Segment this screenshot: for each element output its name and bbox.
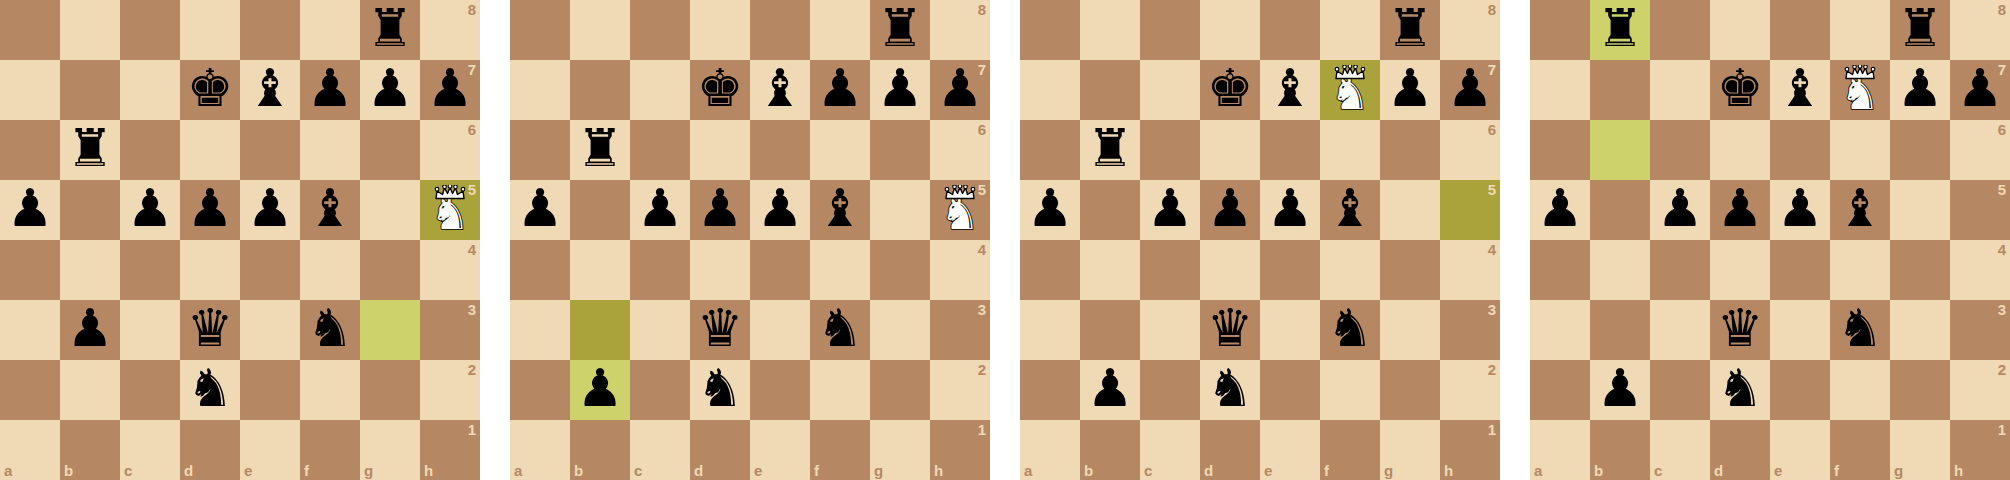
square-c6[interactable] (1140, 120, 1200, 180)
square-c4[interactable] (1140, 240, 1200, 300)
square-f5[interactable]: ♝ (1320, 180, 1380, 240)
file-label: g (1894, 462, 1903, 479)
black-queen: ♛ (1717, 302, 1764, 354)
file-label: d (1714, 462, 1723, 479)
square-a7[interactable] (1530, 60, 1590, 120)
square-e4[interactable] (240, 240, 300, 300)
square-e8[interactable] (1770, 0, 1830, 60)
square-f4[interactable] (810, 240, 870, 300)
square-d8[interactable] (1200, 0, 1260, 60)
square-g8[interactable]: ♜ (360, 0, 420, 60)
square-d4[interactable] (1710, 240, 1770, 300)
square-b5[interactable] (570, 180, 630, 240)
square-a2[interactable] (510, 360, 570, 420)
square-a2[interactable] (0, 360, 60, 420)
queen-crown-icon (1844, 65, 1876, 80)
square-g3[interactable] (870, 300, 930, 360)
square-b7[interactable] (1590, 60, 1650, 120)
black-pawn: ♟ (67, 302, 114, 354)
square-g5[interactable] (360, 180, 420, 240)
square-f5[interactable]: ♝ (1830, 180, 1890, 240)
square-e7[interactable]: ♝ (240, 60, 300, 120)
square-b5[interactable] (1080, 180, 1140, 240)
rank-label: 8 (978, 1, 986, 18)
square-b6[interactable]: ♜ (1080, 120, 1140, 180)
square-f5[interactable]: ♝ (810, 180, 870, 240)
square-e3[interactable] (240, 300, 300, 360)
file-label: g (874, 462, 883, 479)
square-f8[interactable] (810, 0, 870, 60)
black-pawn: ♟ (427, 62, 474, 114)
square-g6[interactable] (870, 120, 930, 180)
square-c3[interactable] (630, 300, 690, 360)
square-b7[interactable] (60, 60, 120, 120)
square-f5[interactable]: ♝ (300, 180, 360, 240)
square-d5[interactable]: ♟ (690, 180, 750, 240)
square-d5[interactable]: ♟ (180, 180, 240, 240)
square-e6[interactable] (1260, 120, 1320, 180)
square-g3[interactable] (360, 300, 420, 360)
square-d8[interactable] (690, 0, 750, 60)
square-b2[interactable]: ♟ (1590, 360, 1650, 420)
square-f2[interactable] (1830, 360, 1890, 420)
square-a8[interactable] (0, 0, 60, 60)
black-rook: ♜ (1897, 2, 1944, 54)
square-f2[interactable] (1320, 360, 1380, 420)
square-d7[interactable]: ♚ (690, 60, 750, 120)
square-d4[interactable] (1200, 240, 1260, 300)
black-pawn: ♟ (1537, 182, 1584, 234)
square-e3[interactable] (1260, 300, 1320, 360)
square-c5[interactable]: ♟ (630, 180, 690, 240)
square-f6[interactable] (810, 120, 870, 180)
square-a5[interactable]: ♟ (1530, 180, 1590, 240)
square-h5[interactable]: 5♞ (420, 180, 480, 240)
square-d2[interactable]: ♞ (1200, 360, 1260, 420)
square-d3[interactable]: ♛ (1200, 300, 1260, 360)
square-g3[interactable] (1380, 300, 1440, 360)
square-g3[interactable] (1890, 300, 1950, 360)
square-g5[interactable] (1890, 180, 1950, 240)
square-b6[interactable] (1590, 120, 1650, 180)
square-f4[interactable] (1830, 240, 1890, 300)
square-a7[interactable] (0, 60, 60, 120)
square-b5[interactable] (1590, 180, 1650, 240)
square-h1[interactable]: 1h (1950, 420, 2010, 480)
square-g7[interactable]: ♟ (1380, 60, 1440, 120)
square-a4[interactable] (510, 240, 570, 300)
square-c3[interactable] (1140, 300, 1200, 360)
square-a6[interactable] (510, 120, 570, 180)
square-c8[interactable] (630, 0, 690, 60)
square-d4[interactable] (180, 240, 240, 300)
square-a8[interactable] (510, 0, 570, 60)
square-a5[interactable]: ♟ (1020, 180, 1080, 240)
square-f4[interactable] (300, 240, 360, 300)
square-c4[interactable] (1650, 240, 1710, 300)
chess-diagram-2: ♜8♚♝♟♟7♟♜6♟♟♟♟♝5♞4♛♞3♟♞2abcdefg1h (510, 0, 990, 480)
square-h7[interactable]: 7♟ (420, 60, 480, 120)
square-a8[interactable] (1530, 0, 1590, 60)
square-g8[interactable]: ♜ (870, 0, 930, 60)
square-g2[interactable] (870, 360, 930, 420)
square-b8[interactable] (60, 0, 120, 60)
square-a3[interactable] (1020, 300, 1080, 360)
black-bishop: ♝ (1837, 182, 1884, 234)
square-e2[interactable] (1770, 360, 1830, 420)
square-h6[interactable]: 6 (1950, 120, 2010, 180)
square-c8[interactable] (120, 0, 180, 60)
square-e6[interactable] (1770, 120, 1830, 180)
square-c6[interactable] (1650, 120, 1710, 180)
black-king: ♚ (697, 62, 744, 114)
square-g7[interactable]: ♟ (1890, 60, 1950, 120)
square-f1[interactable]: f (810, 420, 870, 480)
square-d7[interactable]: ♚ (1200, 60, 1260, 120)
square-a1[interactable]: a (0, 420, 60, 480)
square-f3[interactable]: ♞ (810, 300, 870, 360)
square-c1[interactable]: c (1650, 420, 1710, 480)
black-bishop: ♝ (1777, 62, 1824, 114)
file-label: e (1774, 462, 1782, 479)
black-pawn: ♟ (1717, 182, 1764, 234)
queen-crown-icon (1334, 65, 1366, 80)
square-a4[interactable] (0, 240, 60, 300)
square-c2[interactable] (1650, 360, 1710, 420)
square-c8[interactable] (1140, 0, 1200, 60)
square-b8[interactable]: ♜ (1590, 0, 1650, 60)
square-g8[interactable]: ♜ (1890, 0, 1950, 60)
square-c6[interactable] (630, 120, 690, 180)
square-e4[interactable] (1260, 240, 1320, 300)
square-h4[interactable]: 4 (420, 240, 480, 300)
square-g1[interactable]: g (1380, 420, 1440, 480)
square-g8[interactable]: ♜ (1380, 0, 1440, 60)
square-g5[interactable] (1380, 180, 1440, 240)
square-e5[interactable]: ♟ (240, 180, 300, 240)
square-c1[interactable]: c (1140, 420, 1200, 480)
square-b2[interactable]: ♟ (1080, 360, 1140, 420)
square-c8[interactable] (1650, 0, 1710, 60)
square-c5[interactable]: ♟ (1140, 180, 1200, 240)
square-d1[interactable]: d (690, 420, 750, 480)
square-h3[interactable]: 3 (1950, 300, 2010, 360)
square-a4[interactable] (1530, 240, 1590, 300)
square-f7[interactable]: ♞ (1830, 60, 1890, 120)
square-c6[interactable] (120, 120, 180, 180)
square-e4[interactable] (750, 240, 810, 300)
square-d5[interactable]: ♟ (1200, 180, 1260, 240)
square-g1[interactable]: g (1890, 420, 1950, 480)
black-pawn: ♟ (1777, 182, 1824, 234)
square-d6[interactable] (690, 120, 750, 180)
square-a7[interactable] (1020, 60, 1080, 120)
square-e8[interactable] (1260, 0, 1320, 60)
square-b8[interactable] (570, 0, 630, 60)
black-knight: ♞ (1327, 302, 1374, 354)
square-b3[interactable] (1590, 300, 1650, 360)
square-f2[interactable] (300, 360, 360, 420)
square-a2[interactable] (1020, 360, 1080, 420)
square-d3[interactable]: ♛ (180, 300, 240, 360)
square-d4[interactable] (690, 240, 750, 300)
square-d2[interactable]: ♞ (180, 360, 240, 420)
square-c1[interactable]: c (630, 420, 690, 480)
square-e7[interactable]: ♝ (1770, 60, 1830, 120)
file-label: a (1534, 462, 1542, 479)
square-c3[interactable] (120, 300, 180, 360)
square-c2[interactable] (630, 360, 690, 420)
square-b6[interactable]: ♜ (570, 120, 630, 180)
square-f7[interactable]: ♟ (810, 60, 870, 120)
square-b5[interactable] (60, 180, 120, 240)
square-h8[interactable]: 8 (1440, 0, 1500, 60)
square-g7[interactable]: ♟ (360, 60, 420, 120)
square-d1[interactable]: d (180, 420, 240, 480)
square-g2[interactable] (1380, 360, 1440, 420)
square-e1[interactable]: e (240, 420, 300, 480)
square-f3[interactable]: ♞ (1830, 300, 1890, 360)
square-c7[interactable] (630, 60, 690, 120)
square-g4[interactable] (360, 240, 420, 300)
rank-label: 2 (1488, 361, 1496, 378)
square-e2[interactable] (1260, 360, 1320, 420)
square-b3[interactable]: ♟ (60, 300, 120, 360)
square-f4[interactable] (1320, 240, 1380, 300)
square-g2[interactable] (1890, 360, 1950, 420)
black-king: ♚ (1207, 62, 1254, 114)
square-h3[interactable]: 3 (930, 300, 990, 360)
square-e4[interactable] (1770, 240, 1830, 300)
square-h6[interactable]: 6 (420, 120, 480, 180)
square-h3[interactable]: 3 (1440, 300, 1500, 360)
square-e2[interactable] (750, 360, 810, 420)
square-a6[interactable] (0, 120, 60, 180)
square-f1[interactable]: f (300, 420, 360, 480)
square-h4[interactable]: 4 (1440, 240, 1500, 300)
rank-label: 5 (1998, 181, 2006, 198)
square-h2[interactable]: 2 (1440, 360, 1500, 420)
square-a6[interactable] (1020, 120, 1080, 180)
black-knight: ♞ (1717, 362, 1764, 414)
square-d7[interactable]: ♚ (180, 60, 240, 120)
square-b7[interactable] (1080, 60, 1140, 120)
square-d3[interactable]: ♛ (690, 300, 750, 360)
square-f8[interactable] (300, 0, 360, 60)
square-f8[interactable] (1830, 0, 1890, 60)
square-d6[interactable] (1200, 120, 1260, 180)
square-e1[interactable]: e (1770, 420, 1830, 480)
square-f1[interactable]: f (1320, 420, 1380, 480)
square-e8[interactable] (750, 0, 810, 60)
square-f6[interactable] (1320, 120, 1380, 180)
square-f8[interactable] (1320, 0, 1380, 60)
square-d7[interactable]: ♚ (1710, 60, 1770, 120)
square-h6[interactable]: 6 (1440, 120, 1500, 180)
square-d2[interactable]: ♞ (690, 360, 750, 420)
square-c1[interactable]: c (120, 420, 180, 480)
square-h1[interactable]: 1h (930, 420, 990, 480)
square-f7[interactable]: ♞ (1320, 60, 1380, 120)
square-g4[interactable] (1380, 240, 1440, 300)
square-b1[interactable]: b (60, 420, 120, 480)
square-e1[interactable]: e (1260, 420, 1320, 480)
square-g2[interactable] (360, 360, 420, 420)
square-e8[interactable] (240, 0, 300, 60)
square-a2[interactable] (1530, 360, 1590, 420)
square-e7[interactable]: ♝ (1260, 60, 1320, 120)
square-b2[interactable]: ♟ (570, 360, 630, 420)
black-rook: ♜ (577, 122, 624, 174)
square-g6[interactable] (360, 120, 420, 180)
square-b4[interactable] (1080, 240, 1140, 300)
square-g4[interactable] (870, 240, 930, 300)
square-f6[interactable] (300, 120, 360, 180)
square-d3[interactable]: ♛ (1710, 300, 1770, 360)
square-e7[interactable]: ♝ (750, 60, 810, 120)
square-d6[interactable] (1710, 120, 1770, 180)
square-c7[interactable] (1650, 60, 1710, 120)
black-knight: ♞ (1837, 302, 1884, 354)
square-a4[interactable] (1020, 240, 1080, 300)
white-crowned-knight: ♞ (940, 185, 979, 236)
square-b2[interactable] (60, 360, 120, 420)
square-d6[interactable] (180, 120, 240, 180)
square-h6[interactable]: 6 (930, 120, 990, 180)
file-label: d (694, 462, 703, 479)
square-e5[interactable]: ♟ (1260, 180, 1320, 240)
square-a7[interactable] (510, 60, 570, 120)
square-e3[interactable] (750, 300, 810, 360)
black-bishop: ♝ (817, 182, 864, 234)
square-c7[interactable] (1140, 60, 1200, 120)
square-h4[interactable]: 4 (1950, 240, 2010, 300)
square-h4[interactable]: 4 (930, 240, 990, 300)
square-g1[interactable]: g (870, 420, 930, 480)
square-g5[interactable] (870, 180, 930, 240)
square-a8[interactable] (1020, 0, 1080, 60)
square-a1[interactable]: a (510, 420, 570, 480)
square-h2[interactable]: 2 (420, 360, 480, 420)
square-c5[interactable]: ♟ (1650, 180, 1710, 240)
square-e2[interactable] (240, 360, 300, 420)
square-h1[interactable]: 1h (420, 420, 480, 480)
square-a6[interactable] (1530, 120, 1590, 180)
square-e5[interactable]: ♟ (1770, 180, 1830, 240)
square-g7[interactable]: ♟ (870, 60, 930, 120)
file-label: b (64, 462, 73, 479)
file-label: b (574, 462, 583, 479)
square-b3[interactable] (1080, 300, 1140, 360)
square-h5[interactable]: 5♞ (930, 180, 990, 240)
square-e5[interactable]: ♟ (750, 180, 810, 240)
square-a1[interactable]: a (1530, 420, 1590, 480)
black-pawn: ♟ (1207, 182, 1254, 234)
square-e1[interactable]: e (750, 420, 810, 480)
square-b6[interactable]: ♜ (60, 120, 120, 180)
square-g6[interactable] (1380, 120, 1440, 180)
square-a5[interactable]: ♟ (510, 180, 570, 240)
square-d5[interactable]: ♟ (1710, 180, 1770, 240)
square-h7[interactable]: 7♟ (1440, 60, 1500, 120)
square-g6[interactable] (1890, 120, 1950, 180)
square-c3[interactable] (1650, 300, 1710, 360)
black-rook: ♜ (1387, 2, 1434, 54)
square-g1[interactable]: g (360, 420, 420, 480)
square-h7[interactable]: 7♟ (930, 60, 990, 120)
square-a1[interactable]: a (1020, 420, 1080, 480)
file-label: a (514, 462, 522, 479)
square-a5[interactable]: ♟ (0, 180, 60, 240)
square-f6[interactable] (1830, 120, 1890, 180)
square-f7[interactable]: ♟ (300, 60, 360, 120)
square-h5[interactable]: 5 (1440, 180, 1500, 240)
square-b4[interactable] (570, 240, 630, 300)
square-b7[interactable] (570, 60, 630, 120)
square-f2[interactable] (810, 360, 870, 420)
square-b1[interactable]: b (570, 420, 630, 480)
square-b3[interactable] (570, 300, 630, 360)
square-d1[interactable]: d (1710, 420, 1770, 480)
square-b8[interactable] (1080, 0, 1140, 60)
square-h8[interactable]: 8 (420, 0, 480, 60)
square-h1[interactable]: 1h (1440, 420, 1500, 480)
square-d8[interactable] (1710, 0, 1770, 60)
square-f1[interactable]: f (1830, 420, 1890, 480)
square-b4[interactable] (60, 240, 120, 300)
square-d8[interactable] (180, 0, 240, 60)
square-e6[interactable] (750, 120, 810, 180)
square-h5[interactable]: 5 (1950, 180, 2010, 240)
square-b1[interactable]: b (1080, 420, 1140, 480)
black-pawn: ♟ (1597, 362, 1644, 414)
square-c4[interactable] (120, 240, 180, 300)
square-c2[interactable] (1140, 360, 1200, 420)
square-a3[interactable] (0, 300, 60, 360)
black-pawn: ♟ (187, 182, 234, 234)
square-h7[interactable]: 7♟ (1950, 60, 2010, 120)
square-h8[interactable]: 8 (930, 0, 990, 60)
square-h2[interactable]: 2 (930, 360, 990, 420)
square-b4[interactable] (1590, 240, 1650, 300)
white-crowned-knight: ♞ (1330, 65, 1369, 116)
square-c2[interactable] (120, 360, 180, 420)
rank-label: 4 (1998, 241, 2006, 258)
black-bishop: ♝ (1267, 62, 1314, 114)
rank-label: 6 (978, 121, 986, 138)
rank-label: 4 (1488, 241, 1496, 258)
square-g4[interactable] (1890, 240, 1950, 300)
chess-diagram-3: ♜8♚♝♞♟7♟♜6♟♟♟♟♝54♛♞3♟♞2abcdefg1h (1020, 0, 1500, 480)
square-e3[interactable] (1770, 300, 1830, 360)
square-d2[interactable]: ♞ (1710, 360, 1770, 420)
square-a3[interactable] (1530, 300, 1590, 360)
rank-label: 2 (1998, 361, 2006, 378)
square-c7[interactable] (120, 60, 180, 120)
square-e6[interactable] (240, 120, 300, 180)
square-f3[interactable]: ♞ (300, 300, 360, 360)
square-h2[interactable]: 2 (1950, 360, 2010, 420)
square-c5[interactable]: ♟ (120, 180, 180, 240)
square-b1[interactable]: b (1590, 420, 1650, 480)
square-h8[interactable]: 8 (1950, 0, 2010, 60)
square-a3[interactable] (510, 300, 570, 360)
file-label: d (1204, 462, 1213, 479)
square-f3[interactable]: ♞ (1320, 300, 1380, 360)
square-d1[interactable]: d (1200, 420, 1260, 480)
square-h3[interactable]: 3 (420, 300, 480, 360)
square-c4[interactable] (630, 240, 690, 300)
